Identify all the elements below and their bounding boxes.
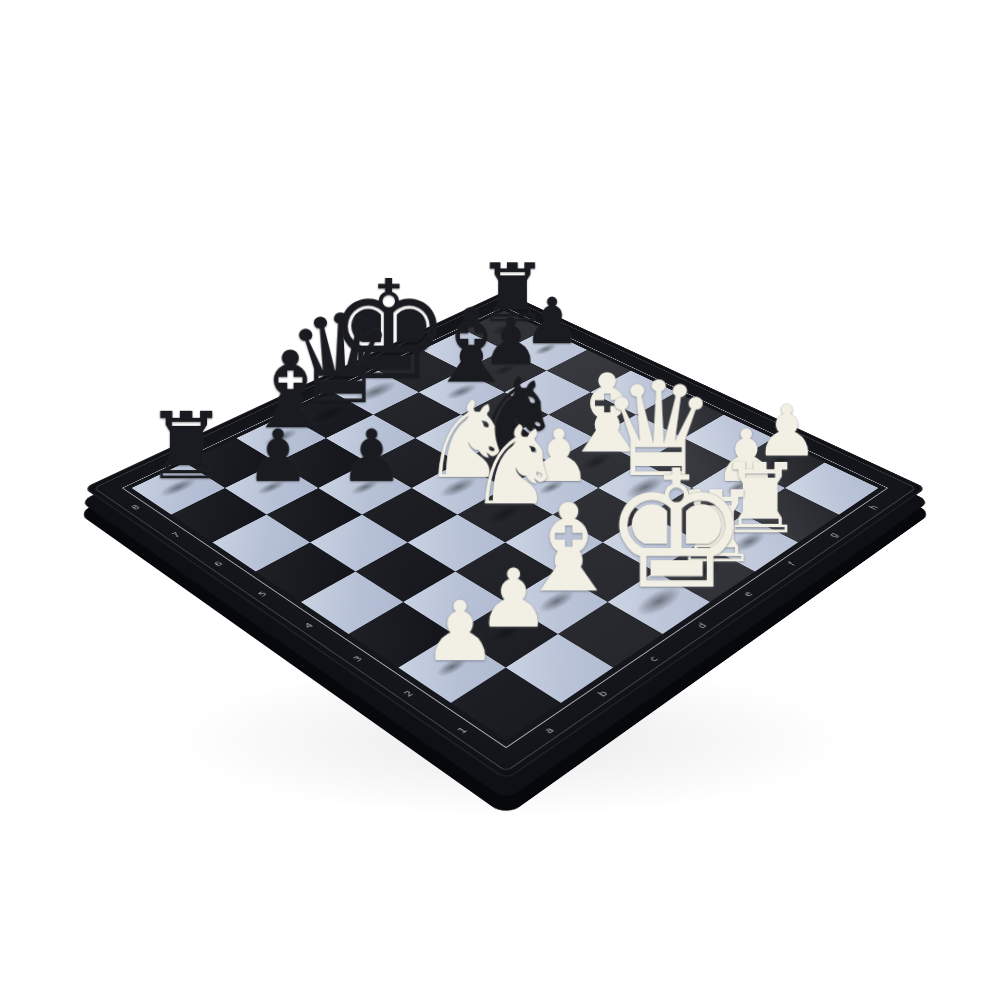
square-a5[interactable] [256, 542, 356, 602]
square-b6[interactable] [267, 488, 362, 542]
square-h8[interactable] [464, 311, 545, 350]
square-a4[interactable] [301, 572, 403, 634]
square-a7[interactable] [171, 488, 266, 542]
pawn-icon: ♟ [339, 420, 404, 492]
king-icon: ♚ [603, 449, 749, 612]
square-a6[interactable] [212, 515, 310, 572]
rook-icon: ♜ [145, 401, 228, 493]
product-photo-scene: abcdefgh12345678♜♝♛♚♜♟♝♟♟♟♞♞♞♟♝♛♟♟♝♟♟♚♜♜ [0, 0, 1000, 1000]
square-b5[interactable] [310, 515, 408, 572]
square-g8[interactable] [422, 330, 505, 371]
square-h7[interactable] [504, 330, 587, 371]
pawn-icon: ♟ [423, 590, 498, 673]
pawn-icon: ♟ [246, 420, 311, 492]
square-e8[interactable] [333, 371, 419, 415]
